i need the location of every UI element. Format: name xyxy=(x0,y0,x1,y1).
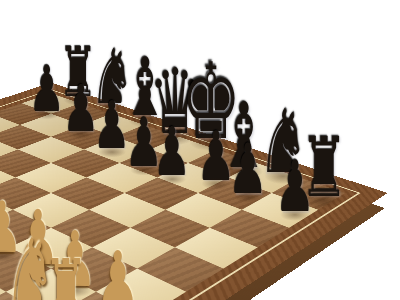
piece-h1-white-rook[interactable]: ♜ xyxy=(44,250,89,300)
piece-h7-black-pawn[interactable]: ♟ xyxy=(275,151,316,222)
piece-g7-black-pawn[interactable]: ♟ xyxy=(228,134,268,204)
photo-stage: ♜♞♟♝♟♛♚♟♟♝♞♟♟♟♜♟♟♟♟♞♟♜ xyxy=(0,0,400,300)
piece-a7-black-pawn[interactable]: ♟ xyxy=(29,57,65,120)
piece-e7-black-pawn[interactable]: ♟ xyxy=(153,119,191,186)
piece-h2-white-pawn[interactable]: ♟ xyxy=(96,242,141,300)
